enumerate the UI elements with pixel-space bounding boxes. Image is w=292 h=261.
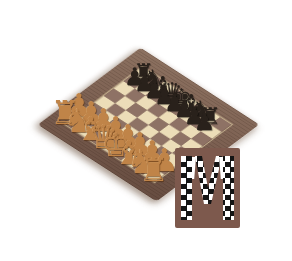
m-letter-checker xyxy=(175,148,240,228)
product-photo-page: ♜♞♝♛♚♝♞♜♟♟♟♟♟♟♟♟♟♟♟♟♟♟♟♟♜♞♝♛♚♝♞♜ M xyxy=(0,0,292,261)
m-counter-right xyxy=(219,157,223,179)
m-counter-left xyxy=(192,157,196,179)
checkered-m-logo: M xyxy=(175,148,240,228)
